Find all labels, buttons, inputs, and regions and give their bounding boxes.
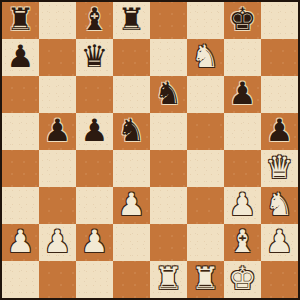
- square-f4[interactable]: [187, 150, 224, 187]
- square-h4[interactable]: ♛: [261, 150, 298, 187]
- square-a3[interactable]: [2, 187, 39, 224]
- square-d6[interactable]: [113, 76, 150, 113]
- black-pawn-icon[interactable]: ♟: [7, 41, 35, 72]
- square-c5[interactable]: ♟: [76, 113, 113, 150]
- square-c3[interactable]: [76, 187, 113, 224]
- black-pawn-icon[interactable]: ♟: [266, 115, 294, 146]
- white-knight-icon[interactable]: ♞: [192, 41, 220, 72]
- square-f3[interactable]: [187, 187, 224, 224]
- white-bishop-icon[interactable]: ♝: [229, 226, 257, 257]
- square-a4[interactable]: [2, 150, 39, 187]
- square-a2[interactable]: ♟: [2, 224, 39, 261]
- white-pawn-icon[interactable]: ♟: [266, 226, 294, 257]
- square-d8[interactable]: ♜: [113, 2, 150, 39]
- square-f6[interactable]: [187, 76, 224, 113]
- square-h2[interactable]: ♟: [261, 224, 298, 261]
- square-h5[interactable]: ♟: [261, 113, 298, 150]
- square-b8[interactable]: [39, 2, 76, 39]
- square-f5[interactable]: [187, 113, 224, 150]
- square-b2[interactable]: ♟: [39, 224, 76, 261]
- square-e7[interactable]: [150, 39, 187, 76]
- chess-board-frame: ♜♝♜♚♟♛♞♞♟♟♟♞♟♛♟♟♞♟♟♟♝♟♜♜♚: [0, 0, 300, 300]
- square-b5[interactable]: ♟: [39, 113, 76, 150]
- square-b3[interactable]: [39, 187, 76, 224]
- square-c6[interactable]: [76, 76, 113, 113]
- white-pawn-icon[interactable]: ♟: [44, 226, 72, 257]
- square-g8[interactable]: ♚: [224, 2, 261, 39]
- square-a7[interactable]: ♟: [2, 39, 39, 76]
- square-c7[interactable]: ♛: [76, 39, 113, 76]
- square-e8[interactable]: [150, 2, 187, 39]
- white-rook-icon[interactable]: ♜: [155, 263, 183, 294]
- square-h3[interactable]: ♞: [261, 187, 298, 224]
- square-c8[interactable]: ♝: [76, 2, 113, 39]
- square-g1[interactable]: ♚: [224, 261, 261, 298]
- square-a1[interactable]: [2, 261, 39, 298]
- square-b7[interactable]: [39, 39, 76, 76]
- square-g7[interactable]: [224, 39, 261, 76]
- square-c1[interactable]: [76, 261, 113, 298]
- square-d7[interactable]: [113, 39, 150, 76]
- black-rook-icon[interactable]: ♜: [7, 4, 35, 35]
- black-queen-icon[interactable]: ♛: [81, 41, 109, 72]
- square-c2[interactable]: ♟: [76, 224, 113, 261]
- square-d2[interactable]: [113, 224, 150, 261]
- square-e6[interactable]: ♞: [150, 76, 187, 113]
- square-a6[interactable]: [2, 76, 39, 113]
- black-bishop-icon[interactable]: ♝: [81, 4, 109, 35]
- square-b1[interactable]: [39, 261, 76, 298]
- black-pawn-icon[interactable]: ♟: [81, 115, 109, 146]
- white-king-icon[interactable]: ♚: [229, 263, 257, 294]
- white-rook-icon[interactable]: ♜: [192, 263, 220, 294]
- black-knight-icon[interactable]: ♞: [118, 115, 146, 146]
- black-king-icon[interactable]: ♚: [229, 4, 257, 35]
- chess-board: ♜♝♜♚♟♛♞♞♟♟♟♞♟♛♟♟♞♟♟♟♝♟♜♜♚: [2, 2, 298, 298]
- square-b6[interactable]: [39, 76, 76, 113]
- square-a8[interactable]: ♜: [2, 2, 39, 39]
- square-g4[interactable]: [224, 150, 261, 187]
- square-e1[interactable]: ♜: [150, 261, 187, 298]
- square-f1[interactable]: ♜: [187, 261, 224, 298]
- square-b4[interactable]: [39, 150, 76, 187]
- square-c4[interactable]: [76, 150, 113, 187]
- square-g2[interactable]: ♝: [224, 224, 261, 261]
- square-f7[interactable]: ♞: [187, 39, 224, 76]
- white-knight-icon[interactable]: ♞: [266, 189, 294, 220]
- square-h7[interactable]: [261, 39, 298, 76]
- white-pawn-icon[interactable]: ♟: [81, 226, 109, 257]
- square-d3[interactable]: ♟: [113, 187, 150, 224]
- square-f2[interactable]: [187, 224, 224, 261]
- square-d4[interactable]: [113, 150, 150, 187]
- black-pawn-icon[interactable]: ♟: [44, 115, 72, 146]
- white-pawn-icon[interactable]: ♟: [229, 189, 257, 220]
- black-rook-icon[interactable]: ♜: [118, 4, 146, 35]
- white-pawn-icon[interactable]: ♟: [7, 226, 35, 257]
- black-knight-icon[interactable]: ♞: [155, 78, 183, 109]
- square-e2[interactable]: [150, 224, 187, 261]
- white-queen-icon[interactable]: ♛: [266, 152, 294, 183]
- square-e3[interactable]: [150, 187, 187, 224]
- square-g3[interactable]: ♟: [224, 187, 261, 224]
- square-h1[interactable]: [261, 261, 298, 298]
- square-d5[interactable]: ♞: [113, 113, 150, 150]
- square-a5[interactable]: [2, 113, 39, 150]
- square-f8[interactable]: [187, 2, 224, 39]
- square-g5[interactable]: [224, 113, 261, 150]
- square-g6[interactable]: ♟: [224, 76, 261, 113]
- black-pawn-icon[interactable]: ♟: [229, 78, 257, 109]
- square-d1[interactable]: [113, 261, 150, 298]
- square-h6[interactable]: [261, 76, 298, 113]
- white-pawn-icon[interactable]: ♟: [118, 189, 146, 220]
- square-h8[interactable]: [261, 2, 298, 39]
- square-e4[interactable]: [150, 150, 187, 187]
- square-e5[interactable]: [150, 113, 187, 150]
